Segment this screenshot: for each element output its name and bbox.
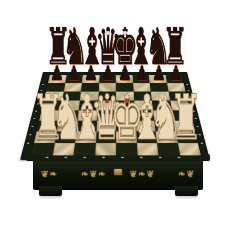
piece-black-pawn-c7[interactable]: ♟ xyxy=(84,63,98,83)
piece-black-pawn-a7[interactable]: ♟ xyxy=(50,63,64,83)
gold-ornament: ❦❧❦ xyxy=(129,170,155,179)
gold-ornament: ❧❦❧ xyxy=(81,170,107,179)
gold-emblem xyxy=(115,169,122,175)
piece-black-pawn-d7[interactable]: ♟ xyxy=(101,63,115,83)
chest-foot-left xyxy=(39,186,62,196)
gold-ornament: ❧❦ xyxy=(178,170,195,179)
pearl-inlay-dots-front xyxy=(37,156,192,159)
piece-black-pawn-g7[interactable]: ♟ xyxy=(152,63,166,83)
piece-black-pawn-f7[interactable]: ♟ xyxy=(135,63,149,83)
piece-black-pawn-b7[interactable]: ♟ xyxy=(67,63,81,83)
piece-black-pawn-e7[interactable]: ♟ xyxy=(118,63,132,83)
piece-white-rook-h1[interactable]: ♜ xyxy=(169,86,203,148)
gold-ornament: ❦❧ xyxy=(41,170,58,179)
chest-foot-right xyxy=(175,186,198,196)
piece-black-pawn-h7[interactable]: ♟ xyxy=(169,63,183,83)
chess-set-photo: ❦❧ ❧❦❧ ❦❧❦ ❧❦ ♜♞♝♛♚♝♞♜♟♟♟♟♟♟♟♟♟♟♟♟♟♟♟♟♜♞… xyxy=(0,0,230,230)
